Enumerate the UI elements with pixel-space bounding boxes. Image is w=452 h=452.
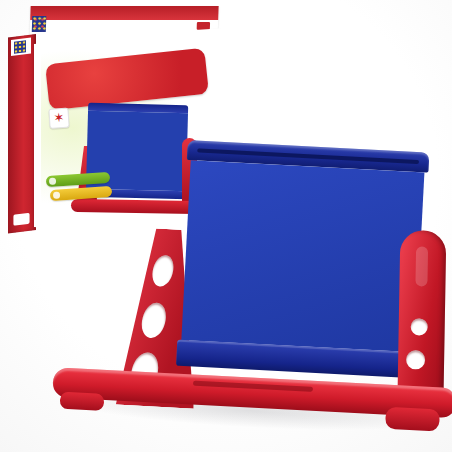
product-photo-stage: ✶ bbox=[0, 0, 452, 452]
box-title-panel bbox=[45, 48, 209, 110]
board-grid bbox=[181, 160, 424, 352]
board-right-foot bbox=[385, 407, 440, 432]
support-cutout bbox=[406, 350, 425, 369]
player-figure-icon: ✶ bbox=[48, 108, 69, 129]
box-flap-pattern-art bbox=[32, 16, 47, 32]
box-flap-red-band bbox=[30, 6, 218, 20]
support-cutout bbox=[411, 318, 428, 335]
board-right-support bbox=[397, 230, 446, 403]
leg-cutout bbox=[149, 253, 177, 289]
connect-four-board bbox=[62, 126, 452, 452]
leg-cutout bbox=[138, 300, 170, 341]
spine-brand-logo bbox=[13, 213, 29, 226]
support-highlight bbox=[415, 246, 428, 286]
players-info: ✶ bbox=[48, 107, 74, 129]
brand-logo-chip bbox=[197, 22, 210, 30]
box-spine bbox=[8, 34, 36, 233]
board-panel bbox=[180, 140, 426, 380]
spine-title bbox=[10, 62, 32, 185]
badge-icon bbox=[49, 178, 56, 185]
spine-pattern-art bbox=[14, 40, 26, 53]
board-left-foot bbox=[60, 392, 105, 411]
spine-top-art bbox=[11, 38, 31, 56]
badge-icon bbox=[53, 191, 60, 198]
base-ridge bbox=[193, 381, 313, 392]
